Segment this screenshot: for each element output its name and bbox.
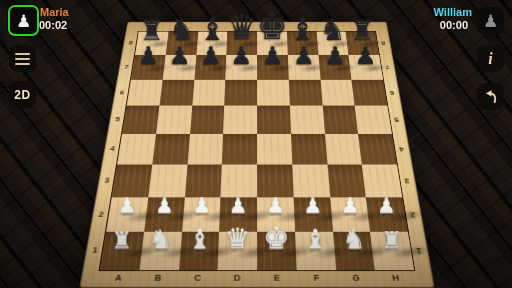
square-a8[interactable]	[135, 32, 168, 55]
square-b5[interactable]	[156, 106, 192, 134]
square-d5[interactable]	[223, 106, 257, 134]
chess-board[interactable]: AABBCCDDEEFFGGHH8877665544332211♜♞♝♛♚♝♞♜…	[79, 22, 435, 288]
black-pawn-avatar-icon: ♟	[483, 11, 498, 31]
square-c6[interactable]	[192, 79, 226, 105]
black-player-name: William	[434, 6, 472, 18]
square-e4[interactable]	[257, 134, 292, 164]
square-c4[interactable]	[187, 134, 223, 164]
white-player-name: Maria	[40, 6, 69, 18]
black-player-clock: 00:00	[440, 19, 468, 31]
square-b7[interactable]	[162, 55, 196, 80]
square-f4[interactable]	[291, 134, 327, 164]
file-label-f-bottom: F	[296, 270, 337, 287]
file-label-h-bottom: H	[375, 270, 417, 287]
piece-white-queen-d1[interactable]: ♛	[218, 202, 257, 252]
square-a7[interactable]	[131, 55, 166, 80]
square-e8[interactable]	[257, 32, 288, 55]
square-b8[interactable]	[165, 32, 197, 55]
square-g7[interactable]	[318, 55, 352, 80]
hamburger-icon	[15, 53, 30, 65]
file-label-c-bottom: C	[177, 270, 218, 287]
piece-white-king-e1[interactable]: ♚	[257, 202, 296, 252]
piece-white-bishop-f1[interactable]: ♝	[296, 202, 335, 252]
black-player-avatar[interactable]: ♟	[477, 7, 504, 34]
square-d7[interactable]	[225, 55, 257, 80]
file-label-g-bottom: G	[336, 270, 377, 287]
2d-view-label: 2D	[14, 88, 30, 102]
square-d6[interactable]	[224, 79, 257, 105]
file-label-b-bottom: B	[137, 270, 178, 287]
file-label-a-bottom: A	[97, 270, 139, 287]
square-g8[interactable]	[316, 32, 348, 55]
piece-white-bishop-c1[interactable]: ♝	[180, 202, 219, 252]
square-c7[interactable]	[194, 55, 227, 80]
undo-button[interactable]	[477, 83, 504, 110]
square-e5[interactable]	[257, 106, 291, 134]
piece-white-rook-a1[interactable]: ♜	[103, 202, 142, 252]
file-label-d-bottom: D	[217, 270, 257, 287]
file-label-e-bottom: E	[257, 270, 297, 287]
square-a6[interactable]	[127, 79, 163, 105]
square-g6[interactable]	[320, 79, 355, 105]
info-button[interactable]: i	[477, 45, 504, 72]
info-icon: i	[488, 50, 492, 68]
square-d4[interactable]	[222, 134, 257, 164]
square-h7[interactable]	[349, 55, 384, 80]
white-player-avatar[interactable]: ♟	[8, 5, 39, 36]
square-h4[interactable]	[358, 134, 397, 164]
game-screen: AABBCCDDEEFFGGHH8877665544332211♜♞♝♛♚♝♞♜…	[0, 0, 512, 288]
square-h8[interactable]	[346, 32, 379, 55]
piece-white-knight-g1[interactable]: ♞	[334, 202, 373, 252]
square-c5[interactable]	[190, 106, 225, 134]
undo-arrow-icon	[482, 88, 499, 105]
white-player-clock: 00:02	[39, 19, 67, 31]
square-f6[interactable]	[289, 79, 323, 105]
square-e7[interactable]	[257, 55, 289, 80]
square-a4[interactable]	[117, 134, 156, 164]
square-b4[interactable]	[152, 134, 189, 164]
white-pawn-avatar-icon: ♟	[16, 11, 31, 31]
square-b6[interactable]	[159, 79, 194, 105]
square-d8[interactable]	[226, 32, 257, 55]
square-e6[interactable]	[257, 79, 290, 105]
menu-button[interactable]	[9, 45, 36, 72]
square-f5[interactable]	[290, 106, 325, 134]
square-g4[interactable]	[325, 134, 362, 164]
piece-white-rook-h1[interactable]: ♜	[373, 202, 412, 252]
square-c8[interactable]	[196, 32, 227, 55]
square-f7[interactable]	[288, 55, 321, 80]
2d-view-button[interactable]: 2D	[9, 81, 36, 108]
square-h6[interactable]	[352, 79, 388, 105]
square-g5[interactable]	[322, 106, 358, 134]
square-h5[interactable]	[355, 106, 392, 134]
square-f8[interactable]	[287, 32, 318, 55]
piece-white-knight-b1[interactable]: ♞	[141, 202, 180, 252]
square-a5[interactable]	[122, 106, 159, 134]
